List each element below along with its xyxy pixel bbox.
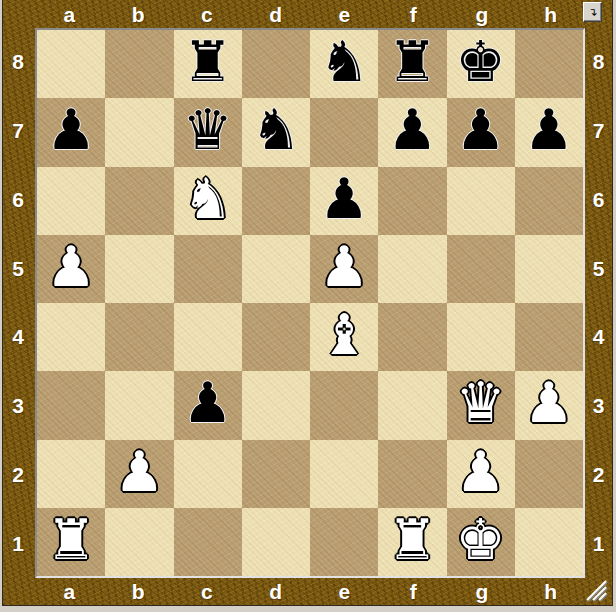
coord-label: e: [310, 578, 379, 605]
square-e4[interactable]: ♝: [310, 303, 378, 371]
coord-label: g: [448, 578, 517, 605]
coord-label: 8: [585, 28, 612, 97]
piece-white-pawn[interactable]: ♟: [319, 239, 369, 295]
square-g4[interactable]: [447, 303, 515, 371]
coord-label: h: [516, 578, 585, 605]
coord-label: e: [310, 1, 379, 28]
square-f6[interactable]: [378, 167, 446, 235]
square-g1[interactable]: ♚: [447, 508, 515, 576]
square-b3[interactable]: [105, 371, 173, 439]
square-b2[interactable]: ♟: [105, 440, 173, 508]
piece-black-queen[interactable]: ♛: [183, 102, 233, 158]
piece-white-queen[interactable]: ♛: [456, 375, 506, 431]
coord-label: 5: [585, 234, 612, 303]
square-h3[interactable]: ♟: [515, 371, 583, 439]
square-c2[interactable]: [174, 440, 242, 508]
square-f4[interactable]: [378, 303, 446, 371]
square-e1[interactable]: [310, 508, 378, 576]
coord-label: 6: [3, 166, 33, 235]
coord-label: b: [104, 1, 173, 28]
square-f3[interactable]: [378, 371, 446, 439]
coord-label: 8: [3, 28, 33, 97]
piece-black-pawn[interactable]: ♟: [46, 102, 96, 158]
square-c3[interactable]: ♟: [174, 371, 242, 439]
coord-label: a: [35, 578, 104, 605]
coord-label: 1: [3, 509, 33, 578]
square-a1[interactable]: ♜: [37, 508, 105, 576]
square-d3[interactable]: [242, 371, 310, 439]
square-a3[interactable]: [37, 371, 105, 439]
square-c8[interactable]: ♜: [174, 30, 242, 98]
board-frame: abcdefgh abcdefgh 87654321 87654321 ♜♞♜♚…: [2, 0, 613, 606]
coord-label: b: [104, 578, 173, 605]
coord-label: d: [241, 578, 310, 605]
square-a5[interactable]: ♟: [37, 235, 105, 303]
square-c1[interactable]: [174, 508, 242, 576]
square-a6[interactable]: [37, 167, 105, 235]
square-b8[interactable]: [105, 30, 173, 98]
square-e2[interactable]: [310, 440, 378, 508]
coord-label: 3: [3, 372, 33, 441]
piece-black-pawn[interactable]: ♟: [387, 102, 437, 158]
piece-black-king[interactable]: ♚: [456, 34, 506, 90]
square-e3[interactable]: [310, 371, 378, 439]
coord-label: 3: [585, 372, 612, 441]
square-d8[interactable]: [242, 30, 310, 98]
file-labels-bottom: abcdefgh: [35, 578, 585, 605]
square-d1[interactable]: [242, 508, 310, 576]
square-e8[interactable]: ♞: [310, 30, 378, 98]
square-a7[interactable]: ♟: [37, 98, 105, 166]
coord-label: g: [448, 1, 517, 28]
square-d7[interactable]: ♞: [242, 98, 310, 166]
square-g5[interactable]: [447, 235, 515, 303]
chess-board[interactable]: ♜♞♜♚♟♛♞♟♟♟♞♟♟♟♝♟♛♟♟♟♜♜♚: [35, 28, 585, 578]
piece-white-pawn[interactable]: ♟: [114, 444, 164, 500]
square-e6[interactable]: ♟: [310, 167, 378, 235]
coord-label: 5: [3, 234, 33, 303]
piece-white-pawn[interactable]: ♟: [456, 444, 506, 500]
square-e5[interactable]: ♟: [310, 235, 378, 303]
piece-white-bishop[interactable]: ♝: [319, 307, 369, 363]
rank-labels-right: 87654321: [585, 28, 612, 578]
square-d2[interactable]: [242, 440, 310, 508]
square-g6[interactable]: [447, 167, 515, 235]
piece-white-pawn[interactable]: ♟: [46, 239, 96, 295]
square-f8[interactable]: ♜: [378, 30, 446, 98]
square-d6[interactable]: [242, 167, 310, 235]
piece-black-knight[interactable]: ♞: [319, 34, 369, 90]
coord-label: 2: [585, 441, 612, 510]
square-b7[interactable]: [105, 98, 173, 166]
coord-label: d: [241, 1, 310, 28]
file-labels-top: abcdefgh: [35, 1, 585, 28]
square-d4[interactable]: [242, 303, 310, 371]
square-f5[interactable]: [378, 235, 446, 303]
piece-black-rook[interactable]: ♜: [183, 34, 233, 90]
piece-white-knight[interactable]: ♞: [183, 171, 233, 227]
piece-white-rook[interactable]: ♜: [387, 512, 437, 568]
square-c7[interactable]: ♛: [174, 98, 242, 166]
coord-label: 6: [585, 166, 612, 235]
square-g8[interactable]: ♚: [447, 30, 515, 98]
square-c4[interactable]: [174, 303, 242, 371]
piece-black-pawn[interactable]: ♟: [456, 102, 506, 158]
piece-white-pawn[interactable]: ♟: [524, 375, 574, 431]
piece-white-king[interactable]: ♚: [456, 512, 506, 568]
rank-labels-left: 87654321: [3, 28, 33, 578]
square-c5[interactable]: [174, 235, 242, 303]
square-h1[interactable]: [515, 508, 583, 576]
square-h4[interactable]: [515, 303, 583, 371]
square-e7[interactable]: [310, 98, 378, 166]
square-b5[interactable]: [105, 235, 173, 303]
coord-label: a: [35, 1, 104, 28]
piece-black-pawn[interactable]: ♟: [183, 375, 233, 431]
square-a2[interactable]: [37, 440, 105, 508]
corner-arrow-button[interactable]: ↴: [583, 2, 602, 22]
square-a4[interactable]: [37, 303, 105, 371]
square-f1[interactable]: ♜: [378, 508, 446, 576]
square-f2[interactable]: [378, 440, 446, 508]
piece-black-knight[interactable]: ♞: [251, 102, 301, 158]
piece-black-pawn[interactable]: ♟: [524, 102, 574, 158]
coord-label: c: [173, 578, 242, 605]
square-h2[interactable]: [515, 440, 583, 508]
coord-label: 4: [585, 303, 612, 372]
square-h7[interactable]: ♟: [515, 98, 583, 166]
square-g7[interactable]: ♟: [447, 98, 515, 166]
square-g2[interactable]: ♟: [447, 440, 515, 508]
square-f7[interactable]: ♟: [378, 98, 446, 166]
square-h8[interactable]: [515, 30, 583, 98]
square-d5[interactable]: [242, 235, 310, 303]
square-a8[interactable]: [37, 30, 105, 98]
piece-black-pawn[interactable]: ♟: [319, 171, 369, 227]
coord-label: h: [516, 1, 585, 28]
coord-label: 4: [3, 303, 33, 372]
coord-label: f: [379, 578, 448, 605]
coord-label: 2: [3, 441, 33, 510]
coord-label: 7: [3, 97, 33, 166]
coord-label: 1: [585, 509, 612, 578]
coord-label: c: [173, 1, 242, 28]
square-g3[interactable]: ♛: [447, 371, 515, 439]
piece-white-rook[interactable]: ♜: [46, 512, 96, 568]
square-h5[interactable]: [515, 235, 583, 303]
coord-label: 7: [585, 97, 612, 166]
piece-black-rook[interactable]: ♜: [387, 34, 437, 90]
square-b4[interactable]: [105, 303, 173, 371]
app-window: abcdefgh abcdefgh 87654321 87654321 ♜♞♜♚…: [0, 0, 616, 612]
square-c6[interactable]: ♞: [174, 167, 242, 235]
square-h6[interactable]: [515, 167, 583, 235]
resize-grip-icon[interactable]: [584, 578, 608, 602]
coord-label: f: [379, 1, 448, 28]
square-b6[interactable]: [105, 167, 173, 235]
square-b1[interactable]: [105, 508, 173, 576]
